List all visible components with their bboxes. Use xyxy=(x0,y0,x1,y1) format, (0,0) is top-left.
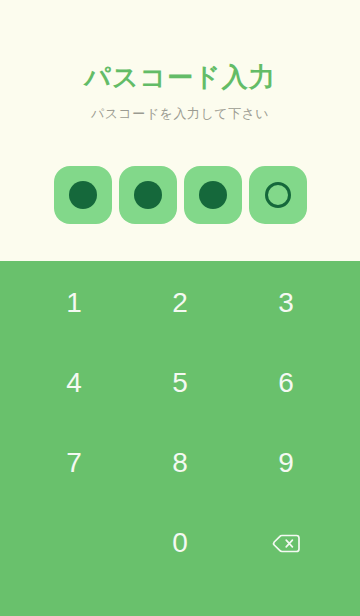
dot-indicator xyxy=(134,181,162,209)
key-5[interactable]: 5 xyxy=(127,343,233,423)
key-6[interactable]: 6 xyxy=(233,343,339,423)
key-2[interactable]: 2 xyxy=(127,263,233,343)
dot-indicator xyxy=(199,181,227,209)
passcode-dot-3 xyxy=(184,166,242,224)
key-empty xyxy=(21,503,127,583)
key-0[interactable]: 0 xyxy=(127,503,233,583)
backspace-icon xyxy=(271,533,301,554)
page-subtitle: パスコードを入力して下さい xyxy=(0,105,360,123)
backspace-key[interactable] xyxy=(233,503,339,583)
key-8[interactable]: 8 xyxy=(127,423,233,503)
dot-indicator xyxy=(69,181,97,209)
passcode-dot-1 xyxy=(54,166,112,224)
passcode-dot-4 xyxy=(249,166,307,224)
passcode-screen: パスコード入力 パスコードを入力して下さい 1 2 3 4 5 6 7 8 9 … xyxy=(0,0,360,616)
passcode-dot-2 xyxy=(119,166,177,224)
numeric-keypad: 1 2 3 4 5 6 7 8 9 0 xyxy=(0,261,360,616)
key-3[interactable]: 3 xyxy=(233,263,339,343)
passcode-dots xyxy=(0,166,360,224)
key-9[interactable]: 9 xyxy=(233,423,339,503)
dot-indicator xyxy=(265,182,291,208)
key-4[interactable]: 4 xyxy=(21,343,127,423)
key-7[interactable]: 7 xyxy=(21,423,127,503)
key-1[interactable]: 1 xyxy=(21,263,127,343)
page-title: パスコード入力 xyxy=(0,60,360,95)
